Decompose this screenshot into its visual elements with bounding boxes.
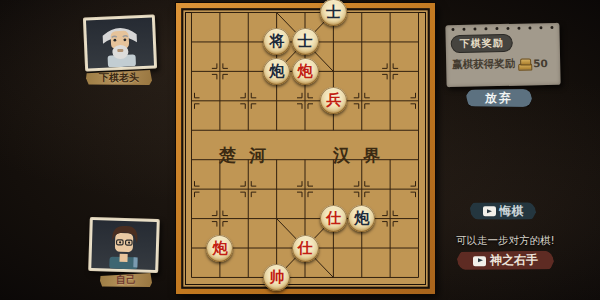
opponent-name-text: 下棋老头 <box>99 71 139 85</box>
board-field[interactable]: 楚河 汉界 士将士炮炮兵仕炮炮仕帅 <box>181 8 430 289</box>
river-label-right: 汉界 <box>333 142 393 168</box>
tip-text: 可以走一步对方的棋! <box>456 234 555 246</box>
reward-title-badge: 下棋奖励 <box>451 34 513 53</box>
piece-red-炮[interactable]: 炮 <box>206 235 233 262</box>
self-name-label: 自己 <box>100 273 152 287</box>
reward-title-text: 下棋奖励 <box>460 36 504 51</box>
piece-red-兵[interactable]: 兵 <box>320 87 347 114</box>
give-up-label: 放弃 <box>485 90 513 107</box>
self-avatar <box>91 220 156 270</box>
notepad-holes <box>451 26 553 31</box>
piece-red-仕[interactable]: 仕 <box>292 235 319 262</box>
undo-move-button[interactable]: 悔棋 <box>470 202 536 221</box>
god-hand-button[interactable]: 神之右手 <box>457 250 554 270</box>
god-hand-label: 神之右手 <box>490 252 538 270</box>
reward-desc-text: 赢棋获得奖励 <box>452 57 515 72</box>
gold-ingot-icon <box>517 58 531 69</box>
watch-ad-video-icon <box>473 256 486 266</box>
piece-black-士[interactable]: 士 <box>320 0 347 26</box>
river-right-text: 汉界 <box>333 144 393 167</box>
reward-panel: 下棋奖励 赢棋获得奖励 50 <box>445 23 560 87</box>
river-left-text: 楚河 <box>219 144 279 167</box>
old-man-avatar-image <box>86 18 154 69</box>
reward-amount: 50 <box>533 57 548 69</box>
self-name-text: 自己 <box>116 273 136 287</box>
undo-label: 悔棋 <box>499 202 523 219</box>
piece-black-炮[interactable]: 炮 <box>263 58 290 85</box>
god-hand-tip-text: 可以走一步对方的棋! <box>456 234 560 248</box>
watch-ad-video-icon <box>482 206 495 216</box>
self-photo-frame <box>88 217 160 273</box>
piece-red-仕[interactable]: 仕 <box>320 205 347 232</box>
piece-black-士[interactable]: 士 <box>292 28 319 55</box>
river-label-left: 楚河 <box>219 142 279 168</box>
opponent-photo-frame <box>83 14 157 71</box>
piece-red-帅[interactable]: 帅 <box>263 264 290 291</box>
xiangqi-board[interactable]: 楚河 汉界 士将士炮炮兵仕炮炮仕帅 <box>176 3 435 294</box>
opponent-avatar <box>86 18 154 69</box>
young-man-avatar-image <box>91 220 156 270</box>
reward-description: 赢棋获得奖励 50 <box>452 56 548 72</box>
piece-red-炮[interactable]: 炮 <box>292 58 319 85</box>
give-up-button[interactable]: 放弃 <box>466 89 532 107</box>
opponent-name-label: 下棋老头 <box>86 70 152 85</box>
game-screen: { "game": "xiangqi", "position": "5a3/3k… <box>0 0 600 300</box>
